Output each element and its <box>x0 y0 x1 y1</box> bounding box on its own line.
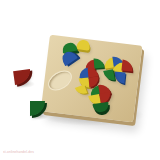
product-photo-scene: st-onlinehandel-des <box>0 0 160 160</box>
watermark-text: st-onlinehandel-des <box>3 151 34 154</box>
